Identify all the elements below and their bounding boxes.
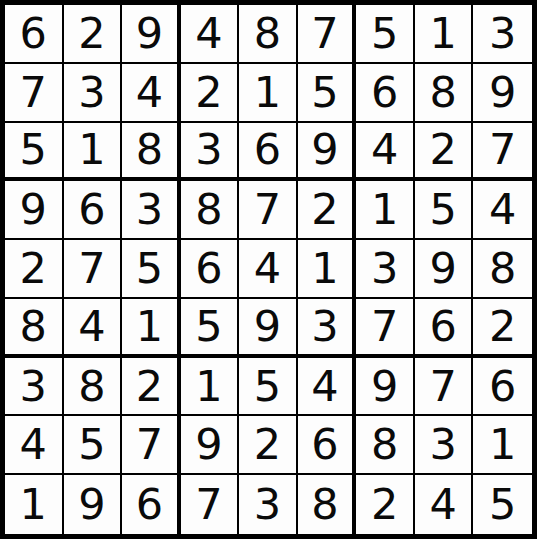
cell-r3c8[interactable]: 2 [415, 123, 474, 182]
cell-r5c7[interactable]: 3 [356, 240, 415, 299]
cell-r6c3[interactable]: 1 [122, 299, 181, 358]
cell-r4c7[interactable]: 1 [356, 181, 415, 240]
cell-r6c2[interactable]: 4 [64, 299, 123, 358]
cell-r7c4[interactable]: 1 [181, 358, 240, 417]
cell-r5c8[interactable]: 9 [415, 240, 474, 299]
cell-r7c5[interactable]: 5 [239, 358, 298, 417]
cell-r6c9[interactable]: 2 [473, 299, 532, 358]
cell-r9c6[interactable]: 8 [298, 475, 357, 534]
cell-r7c3[interactable]: 2 [122, 358, 181, 417]
cell-r8c2[interactable]: 5 [64, 416, 123, 475]
cell-r3c9[interactable]: 7 [473, 123, 532, 182]
cell-r7c1[interactable]: 3 [5, 358, 64, 417]
cell-r9c8[interactable]: 4 [415, 475, 474, 534]
cell-r4c9[interactable]: 4 [473, 181, 532, 240]
cell-r5c2[interactable]: 7 [64, 240, 123, 299]
cell-r6c1[interactable]: 8 [5, 299, 64, 358]
cell-r5c1[interactable]: 2 [5, 240, 64, 299]
cell-r7c8[interactable]: 7 [415, 358, 474, 417]
cell-r9c9[interactable]: 5 [473, 475, 532, 534]
cell-r2c5[interactable]: 1 [239, 64, 298, 123]
cell-r2c7[interactable]: 6 [356, 64, 415, 123]
cell-r8c5[interactable]: 2 [239, 416, 298, 475]
cell-r5c3[interactable]: 5 [122, 240, 181, 299]
sudoku-board: 6294875137342156895183694279638721542756… [0, 0, 537, 539]
cell-r1c5[interactable]: 8 [239, 5, 298, 64]
cell-r2c9[interactable]: 9 [473, 64, 532, 123]
cell-r4c2[interactable]: 6 [64, 181, 123, 240]
cell-r2c3[interactable]: 4 [122, 64, 181, 123]
cell-r9c7[interactable]: 2 [356, 475, 415, 534]
cell-r8c9[interactable]: 1 [473, 416, 532, 475]
cell-r1c8[interactable]: 1 [415, 5, 474, 64]
cell-r8c4[interactable]: 9 [181, 416, 240, 475]
cell-r3c7[interactable]: 4 [356, 123, 415, 182]
cell-r6c8[interactable]: 6 [415, 299, 474, 358]
cell-r5c5[interactable]: 4 [239, 240, 298, 299]
cell-r9c2[interactable]: 9 [64, 475, 123, 534]
cell-r4c1[interactable]: 9 [5, 181, 64, 240]
cell-r8c7[interactable]: 8 [356, 416, 415, 475]
cell-r8c6[interactable]: 6 [298, 416, 357, 475]
cell-r4c3[interactable]: 3 [122, 181, 181, 240]
cell-r4c8[interactable]: 5 [415, 181, 474, 240]
cell-r2c4[interactable]: 2 [181, 64, 240, 123]
cell-r6c7[interactable]: 7 [356, 299, 415, 358]
cell-r5c9[interactable]: 8 [473, 240, 532, 299]
cell-r2c8[interactable]: 8 [415, 64, 474, 123]
cell-r8c3[interactable]: 7 [122, 416, 181, 475]
cell-r6c5[interactable]: 9 [239, 299, 298, 358]
cell-r1c3[interactable]: 9 [122, 5, 181, 64]
cell-r1c4[interactable]: 4 [181, 5, 240, 64]
cell-r1c6[interactable]: 7 [298, 5, 357, 64]
cell-r2c1[interactable]: 7 [5, 64, 64, 123]
cell-r7c7[interactable]: 9 [356, 358, 415, 417]
cell-r2c2[interactable]: 3 [64, 64, 123, 123]
cell-r2c6[interactable]: 5 [298, 64, 357, 123]
cell-r3c4[interactable]: 3 [181, 123, 240, 182]
cell-r9c1[interactable]: 1 [5, 475, 64, 534]
cell-r8c1[interactable]: 4 [5, 416, 64, 475]
cell-r3c6[interactable]: 9 [298, 123, 357, 182]
cell-r3c3[interactable]: 8 [122, 123, 181, 182]
cell-r5c6[interactable]: 1 [298, 240, 357, 299]
cell-r1c9[interactable]: 3 [473, 5, 532, 64]
cell-r3c5[interactable]: 6 [239, 123, 298, 182]
cell-r7c2[interactable]: 8 [64, 358, 123, 417]
cell-r4c6[interactable]: 2 [298, 181, 357, 240]
cell-r6c6[interactable]: 3 [298, 299, 357, 358]
cell-r6c4[interactable]: 5 [181, 299, 240, 358]
cell-r7c6[interactable]: 4 [298, 358, 357, 417]
cell-r9c4[interactable]: 7 [181, 475, 240, 534]
cell-r8c8[interactable]: 3 [415, 416, 474, 475]
cell-r4c4[interactable]: 8 [181, 181, 240, 240]
cell-r4c5[interactable]: 7 [239, 181, 298, 240]
cell-r9c3[interactable]: 6 [122, 475, 181, 534]
cell-r3c2[interactable]: 1 [64, 123, 123, 182]
cell-r9c5[interactable]: 3 [239, 475, 298, 534]
cell-r5c4[interactable]: 6 [181, 240, 240, 299]
cell-r7c9[interactable]: 6 [473, 358, 532, 417]
cell-r1c1[interactable]: 6 [5, 5, 64, 64]
cell-r1c2[interactable]: 2 [64, 5, 123, 64]
cell-r1c7[interactable]: 5 [356, 5, 415, 64]
cell-r3c1[interactable]: 5 [5, 123, 64, 182]
